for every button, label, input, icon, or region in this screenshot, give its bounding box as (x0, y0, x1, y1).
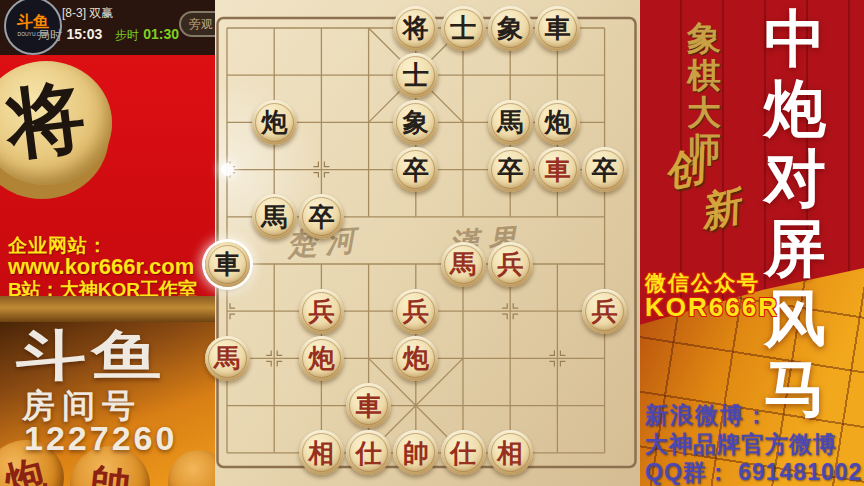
piece-仕[interactable]: 仕 (441, 430, 486, 475)
piece-卒[interactable]: 卒 (582, 147, 627, 192)
left-promo-panel: 将 企业网站： www.kor666r.com B站：大神KOR工作室 炮 帥 … (0, 0, 215, 486)
piece-馬[interactable]: 馬 (252, 194, 297, 239)
piece-炮[interactable]: 炮 (535, 100, 580, 145)
piece-車[interactable]: 車 (346, 383, 391, 428)
piece-相[interactable]: 相 (299, 430, 344, 475)
piece-象[interactable]: 象 (393, 100, 438, 145)
piece-馬[interactable]: 馬 (205, 336, 250, 381)
piece-仕[interactable]: 仕 (346, 430, 391, 475)
piece-炮[interactable]: 炮 (393, 336, 438, 381)
weibo-label: 新浪微博： (645, 400, 770, 431)
piece-相[interactable]: 相 (488, 430, 533, 475)
piece-車[interactable]: 車 (535, 6, 580, 51)
general-piece-photo: 将 (0, 61, 116, 193)
piece-士[interactable]: 士 (441, 6, 486, 51)
piece-卒[interactable]: 卒 (488, 147, 533, 192)
pieces-layer: 将士象車士炮象馬炮卒卒車卒馬卒車馬兵兵兵兵馬炮炮車相仕帥仕相 (215, 0, 640, 486)
game-time-value: 15:03 (66, 26, 102, 42)
piece-兵[interactable]: 兵 (582, 289, 627, 334)
piece-兵[interactable]: 兵 (299, 289, 344, 334)
last-move-from-marker (221, 163, 234, 176)
piece-帥[interactable]: 帥 (393, 430, 438, 475)
right-promo-panel: 象棋大师 创 新 中炮对屏风马 微信公众号 KOR666R 新浪微博： 大神品牌… (640, 0, 864, 486)
timers: 局时 15:03 步时 01:30 (38, 25, 187, 44)
stream-info-overlay: 斗鱼 DOUYU.COM [8-3] 双赢 局时 15:03 步时 01:30 … (0, 0, 215, 55)
piece-将[interactable]: 将 (393, 6, 438, 51)
piece-炮[interactable]: 炮 (252, 100, 297, 145)
match-title: [8-3] 双赢 (62, 5, 113, 22)
piece-兵[interactable]: 兵 (488, 242, 533, 287)
qq-group-line: QQ群： 691481002 (645, 457, 862, 486)
piece-卒[interactable]: 卒 (299, 194, 344, 239)
opening-title: 中炮对屏风马 (750, 4, 840, 424)
piece-車[interactable]: 車 (535, 147, 580, 192)
xiangqi-board[interactable]: 楚河 漢界 将士象車士炮象馬炮卒卒車卒馬卒車馬兵兵兵兵馬炮炮車相仕帥仕相 (215, 0, 640, 486)
piece-馬[interactable]: 馬 (488, 100, 533, 145)
piece-象[interactable]: 象 (488, 6, 533, 51)
wechat-id: KOR666R (645, 292, 779, 323)
wood-beam (0, 296, 215, 322)
game-time-label: 局时 (38, 28, 62, 42)
general-piece-char: 将 (0, 63, 108, 181)
douyu-watermark: 斗鱼 (16, 320, 167, 393)
piece-馬[interactable]: 馬 (441, 242, 486, 287)
piece-炮[interactable]: 炮 (299, 336, 344, 381)
piece-卒[interactable]: 卒 (393, 147, 438, 192)
spectate-button[interactable]: 旁观 (179, 11, 215, 37)
stream-frame: 将 企业网站： www.kor666r.com B站：大神KOR工作室 炮 帥 … (0, 0, 864, 486)
move-time-label: 步时 (115, 28, 139, 42)
room-number: 1227260 (24, 419, 177, 458)
piece-車[interactable]: 車 (205, 242, 250, 287)
piece-士[interactable]: 士 (393, 53, 438, 98)
move-time-value: 01:30 (143, 26, 179, 42)
piece-兵[interactable]: 兵 (393, 289, 438, 334)
weibo-name: 大神品牌官方微博 (645, 429, 837, 460)
